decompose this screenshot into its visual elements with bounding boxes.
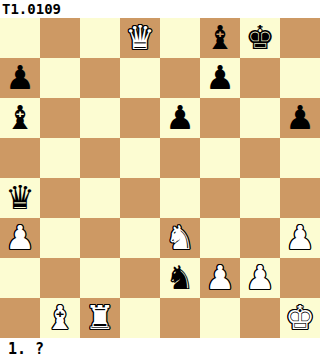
square-e4[interactable] [160,178,200,218]
square-c6[interactable] [80,98,120,138]
square-a1[interactable] [0,298,40,338]
square-h1[interactable]: ♚ [280,298,320,338]
piece-white-king[interactable]: ♚ [285,298,315,338]
chess-board: ♛♝♚♟♟♝♟♟♛♟♞♟♞♟♟♝♜♚ [0,18,320,338]
title-bar: T1.0109 [0,0,320,18]
square-a5[interactable] [0,138,40,178]
square-g4[interactable] [240,178,280,218]
piece-black-king[interactable]: ♚ [245,18,275,58]
square-h6[interactable]: ♟ [280,98,320,138]
square-h7[interactable] [280,58,320,98]
square-g8[interactable]: ♚ [240,18,280,58]
square-b4[interactable] [40,178,80,218]
square-h2[interactable] [280,258,320,298]
piece-white-bishop[interactable]: ♝ [45,298,75,338]
piece-white-pawn[interactable]: ♟ [5,218,35,258]
square-c4[interactable] [80,178,120,218]
square-f4[interactable] [200,178,240,218]
square-c8[interactable] [80,18,120,58]
square-f5[interactable] [200,138,240,178]
square-f8[interactable]: ♝ [200,18,240,58]
square-f3[interactable] [200,218,240,258]
square-d1[interactable] [120,298,160,338]
square-b3[interactable] [40,218,80,258]
status-bar: 1. ? [0,338,320,360]
square-h4[interactable] [280,178,320,218]
move-prompt: 1. ? [8,340,44,358]
square-a3[interactable]: ♟ [0,218,40,258]
square-g6[interactable] [240,98,280,138]
piece-black-bishop[interactable]: ♝ [5,98,35,138]
square-c7[interactable] [80,58,120,98]
piece-white-pawn[interactable]: ♟ [245,258,275,298]
square-g2[interactable]: ♟ [240,258,280,298]
piece-white-pawn[interactable]: ♟ [205,258,235,298]
square-c1[interactable]: ♜ [80,298,120,338]
piece-black-pawn[interactable]: ♟ [165,98,195,138]
square-a8[interactable] [0,18,40,58]
square-f7[interactable]: ♟ [200,58,240,98]
square-e6[interactable]: ♟ [160,98,200,138]
square-f6[interactable] [200,98,240,138]
square-g1[interactable] [240,298,280,338]
square-b2[interactable] [40,258,80,298]
square-f2[interactable]: ♟ [200,258,240,298]
square-e7[interactable] [160,58,200,98]
puzzle-id: T1.0109 [2,1,61,17]
square-b5[interactable] [40,138,80,178]
square-h5[interactable] [280,138,320,178]
square-b8[interactable] [40,18,80,58]
piece-black-knight[interactable]: ♞ [165,258,195,298]
square-a4[interactable]: ♛ [0,178,40,218]
square-c3[interactable] [80,218,120,258]
square-a7[interactable]: ♟ [0,58,40,98]
square-g7[interactable] [240,58,280,98]
square-h8[interactable] [280,18,320,58]
square-b7[interactable] [40,58,80,98]
square-b1[interactable]: ♝ [40,298,80,338]
square-e3[interactable]: ♞ [160,218,200,258]
piece-white-pawn[interactable]: ♟ [285,218,315,258]
square-c2[interactable] [80,258,120,298]
square-d8[interactable]: ♛ [120,18,160,58]
square-g5[interactable] [240,138,280,178]
square-d4[interactable] [120,178,160,218]
square-g3[interactable] [240,218,280,258]
square-d5[interactable] [120,138,160,178]
square-f1[interactable] [200,298,240,338]
piece-white-rook[interactable]: ♜ [85,298,115,338]
square-e5[interactable] [160,138,200,178]
piece-black-pawn[interactable]: ♟ [205,58,235,98]
square-d3[interactable] [120,218,160,258]
piece-black-bishop[interactable]: ♝ [205,18,235,58]
piece-black-queen[interactable]: ♛ [5,178,35,218]
square-a2[interactable] [0,258,40,298]
square-c5[interactable] [80,138,120,178]
piece-black-pawn[interactable]: ♟ [5,58,35,98]
square-d7[interactable] [120,58,160,98]
piece-white-queen[interactable]: ♛ [125,18,155,58]
square-d2[interactable] [120,258,160,298]
square-a6[interactable]: ♝ [0,98,40,138]
square-e2[interactable]: ♞ [160,258,200,298]
piece-white-knight[interactable]: ♞ [165,218,195,258]
piece-black-pawn[interactable]: ♟ [285,98,315,138]
square-e8[interactable] [160,18,200,58]
square-e1[interactable] [160,298,200,338]
square-d6[interactable] [120,98,160,138]
square-b6[interactable] [40,98,80,138]
square-h3[interactable]: ♟ [280,218,320,258]
